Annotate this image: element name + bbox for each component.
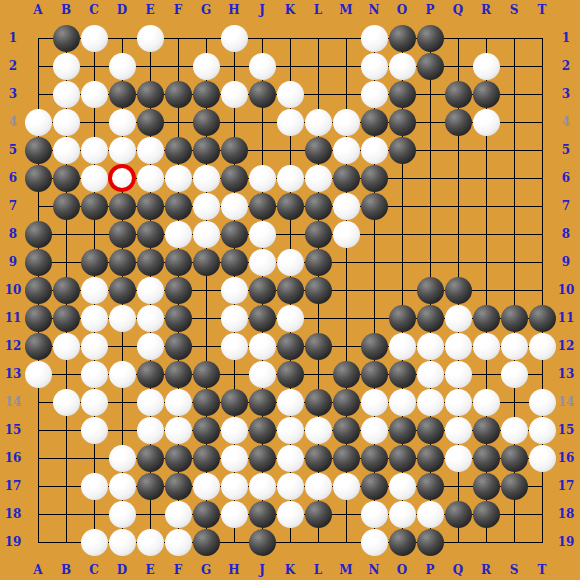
intersection-B2[interactable] bbox=[52, 52, 80, 80]
intersection-J5[interactable] bbox=[248, 136, 276, 164]
intersection-B11[interactable] bbox=[52, 304, 80, 332]
intersection-T3[interactable] bbox=[528, 80, 556, 108]
intersection-S13[interactable] bbox=[500, 360, 528, 388]
intersection-Q12[interactable] bbox=[444, 332, 472, 360]
intersection-L9[interactable] bbox=[304, 248, 332, 276]
intersection-F2[interactable] bbox=[164, 52, 192, 80]
intersection-L15[interactable] bbox=[304, 416, 332, 444]
intersection-T6[interactable] bbox=[528, 164, 556, 192]
intersection-O2[interactable] bbox=[388, 52, 416, 80]
intersection-L2[interactable] bbox=[304, 52, 332, 80]
intersection-S10[interactable] bbox=[500, 276, 528, 304]
intersection-D14[interactable] bbox=[108, 388, 136, 416]
intersection-O13[interactable] bbox=[388, 360, 416, 388]
intersection-O7[interactable] bbox=[388, 192, 416, 220]
intersection-Q1[interactable] bbox=[444, 24, 472, 52]
intersection-J3[interactable] bbox=[248, 80, 276, 108]
intersection-K18[interactable] bbox=[276, 500, 304, 528]
intersection-D15[interactable] bbox=[108, 416, 136, 444]
intersection-C17[interactable] bbox=[80, 472, 108, 500]
intersection-T16[interactable] bbox=[528, 444, 556, 472]
intersection-R17[interactable] bbox=[472, 472, 500, 500]
intersection-D18[interactable] bbox=[108, 500, 136, 528]
intersection-D17[interactable] bbox=[108, 472, 136, 500]
intersection-G17[interactable] bbox=[192, 472, 220, 500]
intersection-T18[interactable] bbox=[528, 500, 556, 528]
intersection-H11[interactable] bbox=[220, 304, 248, 332]
intersection-N15[interactable] bbox=[360, 416, 388, 444]
intersection-K4[interactable] bbox=[276, 108, 304, 136]
intersection-Q5[interactable] bbox=[444, 136, 472, 164]
intersection-N14[interactable] bbox=[360, 388, 388, 416]
intersection-P11[interactable] bbox=[416, 304, 444, 332]
intersection-R19[interactable] bbox=[472, 528, 500, 556]
intersection-C1[interactable] bbox=[80, 24, 108, 52]
intersection-K19[interactable] bbox=[276, 528, 304, 556]
intersection-C6[interactable] bbox=[80, 164, 108, 192]
intersection-Q9[interactable] bbox=[444, 248, 472, 276]
intersection-L6[interactable] bbox=[304, 164, 332, 192]
intersection-H4[interactable] bbox=[220, 108, 248, 136]
intersection-C15[interactable] bbox=[80, 416, 108, 444]
intersection-C2[interactable] bbox=[80, 52, 108, 80]
intersection-P7[interactable] bbox=[416, 192, 444, 220]
intersection-S18[interactable] bbox=[500, 500, 528, 528]
intersection-H12[interactable] bbox=[220, 332, 248, 360]
intersection-L11[interactable] bbox=[304, 304, 332, 332]
intersection-E6[interactable] bbox=[136, 164, 164, 192]
intersection-R4[interactable] bbox=[472, 108, 500, 136]
intersection-O8[interactable] bbox=[388, 220, 416, 248]
intersection-S17[interactable] bbox=[500, 472, 528, 500]
intersection-S2[interactable] bbox=[500, 52, 528, 80]
intersection-J19[interactable] bbox=[248, 528, 276, 556]
intersection-B6[interactable] bbox=[52, 164, 80, 192]
intersection-F10[interactable] bbox=[164, 276, 192, 304]
intersection-K11[interactable] bbox=[276, 304, 304, 332]
intersection-M2[interactable] bbox=[332, 52, 360, 80]
intersection-R10[interactable] bbox=[472, 276, 500, 304]
intersection-N11[interactable] bbox=[360, 304, 388, 332]
intersection-J11[interactable] bbox=[248, 304, 276, 332]
intersection-J17[interactable] bbox=[248, 472, 276, 500]
intersection-N19[interactable] bbox=[360, 528, 388, 556]
intersection-M4[interactable] bbox=[332, 108, 360, 136]
intersection-K5[interactable] bbox=[276, 136, 304, 164]
intersection-K17[interactable] bbox=[276, 472, 304, 500]
intersection-E9[interactable] bbox=[136, 248, 164, 276]
intersection-A18[interactable] bbox=[24, 500, 52, 528]
intersection-L1[interactable] bbox=[304, 24, 332, 52]
intersection-S14[interactable] bbox=[500, 388, 528, 416]
intersection-D5[interactable] bbox=[108, 136, 136, 164]
intersection-R13[interactable] bbox=[472, 360, 500, 388]
intersection-T17[interactable] bbox=[528, 472, 556, 500]
intersection-M6[interactable] bbox=[332, 164, 360, 192]
intersection-M15[interactable] bbox=[332, 416, 360, 444]
intersection-E12[interactable] bbox=[136, 332, 164, 360]
intersection-M10[interactable] bbox=[332, 276, 360, 304]
intersection-Q19[interactable] bbox=[444, 528, 472, 556]
intersection-A16[interactable] bbox=[24, 444, 52, 472]
intersection-M3[interactable] bbox=[332, 80, 360, 108]
intersection-O6[interactable] bbox=[388, 164, 416, 192]
intersection-L17[interactable] bbox=[304, 472, 332, 500]
intersection-C10[interactable] bbox=[80, 276, 108, 304]
intersection-N4[interactable] bbox=[360, 108, 388, 136]
intersection-R16[interactable] bbox=[472, 444, 500, 472]
intersection-P16[interactable] bbox=[416, 444, 444, 472]
intersection-C19[interactable] bbox=[80, 528, 108, 556]
intersection-A6[interactable] bbox=[24, 164, 52, 192]
intersection-E17[interactable] bbox=[136, 472, 164, 500]
intersection-A13[interactable] bbox=[24, 360, 52, 388]
intersection-Q2[interactable] bbox=[444, 52, 472, 80]
intersection-O10[interactable] bbox=[388, 276, 416, 304]
intersection-P10[interactable] bbox=[416, 276, 444, 304]
intersection-L8[interactable] bbox=[304, 220, 332, 248]
intersection-D11[interactable] bbox=[108, 304, 136, 332]
intersection-Q4[interactable] bbox=[444, 108, 472, 136]
intersection-O17[interactable] bbox=[388, 472, 416, 500]
intersection-S11[interactable] bbox=[500, 304, 528, 332]
intersection-P12[interactable] bbox=[416, 332, 444, 360]
intersection-S7[interactable] bbox=[500, 192, 528, 220]
intersection-T11[interactable] bbox=[528, 304, 556, 332]
intersection-T8[interactable] bbox=[528, 220, 556, 248]
intersection-F8[interactable] bbox=[164, 220, 192, 248]
intersection-G7[interactable] bbox=[192, 192, 220, 220]
intersection-A7[interactable] bbox=[24, 192, 52, 220]
intersection-E4[interactable] bbox=[136, 108, 164, 136]
intersection-D6[interactable] bbox=[108, 164, 136, 192]
intersection-T15[interactable] bbox=[528, 416, 556, 444]
intersection-P9[interactable] bbox=[416, 248, 444, 276]
intersection-P2[interactable] bbox=[416, 52, 444, 80]
intersection-E14[interactable] bbox=[136, 388, 164, 416]
intersection-H14[interactable] bbox=[220, 388, 248, 416]
intersection-O19[interactable] bbox=[388, 528, 416, 556]
intersection-H6[interactable] bbox=[220, 164, 248, 192]
intersection-M14[interactable] bbox=[332, 388, 360, 416]
intersection-Q7[interactable] bbox=[444, 192, 472, 220]
intersection-Q6[interactable] bbox=[444, 164, 472, 192]
intersection-F18[interactable] bbox=[164, 500, 192, 528]
intersection-R6[interactable] bbox=[472, 164, 500, 192]
intersection-R8[interactable] bbox=[472, 220, 500, 248]
intersection-O5[interactable] bbox=[388, 136, 416, 164]
intersection-S5[interactable] bbox=[500, 136, 528, 164]
intersection-B15[interactable] bbox=[52, 416, 80, 444]
intersection-P8[interactable] bbox=[416, 220, 444, 248]
intersection-K10[interactable] bbox=[276, 276, 304, 304]
intersection-E2[interactable] bbox=[136, 52, 164, 80]
intersection-T2[interactable] bbox=[528, 52, 556, 80]
intersection-O15[interactable] bbox=[388, 416, 416, 444]
intersection-Q18[interactable] bbox=[444, 500, 472, 528]
intersection-J6[interactable] bbox=[248, 164, 276, 192]
intersection-P15[interactable] bbox=[416, 416, 444, 444]
intersection-P18[interactable] bbox=[416, 500, 444, 528]
intersection-G3[interactable] bbox=[192, 80, 220, 108]
intersection-D19[interactable] bbox=[108, 528, 136, 556]
intersection-D2[interactable] bbox=[108, 52, 136, 80]
intersection-T10[interactable] bbox=[528, 276, 556, 304]
intersection-G10[interactable] bbox=[192, 276, 220, 304]
intersection-B17[interactable] bbox=[52, 472, 80, 500]
intersection-R18[interactable] bbox=[472, 500, 500, 528]
intersection-R15[interactable] bbox=[472, 416, 500, 444]
intersection-L18[interactable] bbox=[304, 500, 332, 528]
intersection-E18[interactable] bbox=[136, 500, 164, 528]
intersection-D12[interactable] bbox=[108, 332, 136, 360]
intersection-J16[interactable] bbox=[248, 444, 276, 472]
intersection-C14[interactable] bbox=[80, 388, 108, 416]
intersection-B18[interactable] bbox=[52, 500, 80, 528]
intersection-T4[interactable] bbox=[528, 108, 556, 136]
intersection-H3[interactable] bbox=[220, 80, 248, 108]
intersection-H19[interactable] bbox=[220, 528, 248, 556]
intersection-K16[interactable] bbox=[276, 444, 304, 472]
intersection-J7[interactable] bbox=[248, 192, 276, 220]
intersection-A2[interactable] bbox=[24, 52, 52, 80]
intersection-F7[interactable] bbox=[164, 192, 192, 220]
intersection-M8[interactable] bbox=[332, 220, 360, 248]
intersection-E5[interactable] bbox=[136, 136, 164, 164]
intersection-N18[interactable] bbox=[360, 500, 388, 528]
intersection-P14[interactable] bbox=[416, 388, 444, 416]
intersection-B12[interactable] bbox=[52, 332, 80, 360]
intersection-C8[interactable] bbox=[80, 220, 108, 248]
intersection-R1[interactable] bbox=[472, 24, 500, 52]
intersection-N1[interactable] bbox=[360, 24, 388, 52]
intersection-H10[interactable] bbox=[220, 276, 248, 304]
intersection-B4[interactable] bbox=[52, 108, 80, 136]
intersection-D3[interactable] bbox=[108, 80, 136, 108]
intersection-S9[interactable] bbox=[500, 248, 528, 276]
intersection-G13[interactable] bbox=[192, 360, 220, 388]
intersection-L13[interactable] bbox=[304, 360, 332, 388]
intersection-L10[interactable] bbox=[304, 276, 332, 304]
intersection-S8[interactable] bbox=[500, 220, 528, 248]
intersection-N8[interactable] bbox=[360, 220, 388, 248]
intersection-G14[interactable] bbox=[192, 388, 220, 416]
intersection-T14[interactable] bbox=[528, 388, 556, 416]
intersection-A8[interactable] bbox=[24, 220, 52, 248]
intersection-C5[interactable] bbox=[80, 136, 108, 164]
intersection-R5[interactable] bbox=[472, 136, 500, 164]
intersection-J1[interactable] bbox=[248, 24, 276, 52]
intersection-B5[interactable] bbox=[52, 136, 80, 164]
intersection-F6[interactable] bbox=[164, 164, 192, 192]
intersection-F13[interactable] bbox=[164, 360, 192, 388]
intersection-P6[interactable] bbox=[416, 164, 444, 192]
intersection-G2[interactable] bbox=[192, 52, 220, 80]
intersection-J14[interactable] bbox=[248, 388, 276, 416]
intersection-Q13[interactable] bbox=[444, 360, 472, 388]
intersection-C3[interactable] bbox=[80, 80, 108, 108]
intersection-F9[interactable] bbox=[164, 248, 192, 276]
intersection-S3[interactable] bbox=[500, 80, 528, 108]
intersection-K8[interactable] bbox=[276, 220, 304, 248]
intersection-B8[interactable] bbox=[52, 220, 80, 248]
intersection-O11[interactable] bbox=[388, 304, 416, 332]
intersection-N17[interactable] bbox=[360, 472, 388, 500]
intersection-A15[interactable] bbox=[24, 416, 52, 444]
intersection-L4[interactable] bbox=[304, 108, 332, 136]
intersection-Q16[interactable] bbox=[444, 444, 472, 472]
intersection-C4[interactable] bbox=[80, 108, 108, 136]
intersection-E15[interactable] bbox=[136, 416, 164, 444]
intersection-B16[interactable] bbox=[52, 444, 80, 472]
intersection-E13[interactable] bbox=[136, 360, 164, 388]
intersection-N10[interactable] bbox=[360, 276, 388, 304]
intersection-E11[interactable] bbox=[136, 304, 164, 332]
intersection-D9[interactable] bbox=[108, 248, 136, 276]
intersection-R14[interactable] bbox=[472, 388, 500, 416]
intersection-M1[interactable] bbox=[332, 24, 360, 52]
intersection-A3[interactable] bbox=[24, 80, 52, 108]
intersection-A17[interactable] bbox=[24, 472, 52, 500]
intersection-F16[interactable] bbox=[164, 444, 192, 472]
intersection-G16[interactable] bbox=[192, 444, 220, 472]
intersection-S15[interactable] bbox=[500, 416, 528, 444]
intersection-K7[interactable] bbox=[276, 192, 304, 220]
intersection-J18[interactable] bbox=[248, 500, 276, 528]
intersection-L7[interactable] bbox=[304, 192, 332, 220]
intersection-M12[interactable] bbox=[332, 332, 360, 360]
intersection-N2[interactable] bbox=[360, 52, 388, 80]
intersection-G12[interactable] bbox=[192, 332, 220, 360]
intersection-T13[interactable] bbox=[528, 360, 556, 388]
intersection-F3[interactable] bbox=[164, 80, 192, 108]
intersection-G4[interactable] bbox=[192, 108, 220, 136]
intersection-H16[interactable] bbox=[220, 444, 248, 472]
intersection-F17[interactable] bbox=[164, 472, 192, 500]
intersection-N6[interactable] bbox=[360, 164, 388, 192]
intersection-H2[interactable] bbox=[220, 52, 248, 80]
intersection-A14[interactable] bbox=[24, 388, 52, 416]
intersection-D10[interactable] bbox=[108, 276, 136, 304]
intersection-B10[interactable] bbox=[52, 276, 80, 304]
intersection-D7[interactable] bbox=[108, 192, 136, 220]
intersection-M13[interactable] bbox=[332, 360, 360, 388]
intersection-M5[interactable] bbox=[332, 136, 360, 164]
intersection-Q3[interactable] bbox=[444, 80, 472, 108]
intersection-B9[interactable] bbox=[52, 248, 80, 276]
intersection-L19[interactable] bbox=[304, 528, 332, 556]
intersection-B13[interactable] bbox=[52, 360, 80, 388]
intersection-B1[interactable] bbox=[52, 24, 80, 52]
intersection-M7[interactable] bbox=[332, 192, 360, 220]
intersection-A5[interactable] bbox=[24, 136, 52, 164]
intersection-L16[interactable] bbox=[304, 444, 332, 472]
intersection-F1[interactable] bbox=[164, 24, 192, 52]
intersection-R7[interactable] bbox=[472, 192, 500, 220]
intersection-F14[interactable] bbox=[164, 388, 192, 416]
intersection-C13[interactable] bbox=[80, 360, 108, 388]
intersection-E3[interactable] bbox=[136, 80, 164, 108]
intersection-F4[interactable] bbox=[164, 108, 192, 136]
intersection-C7[interactable] bbox=[80, 192, 108, 220]
intersection-T1[interactable] bbox=[528, 24, 556, 52]
intersection-G18[interactable] bbox=[192, 500, 220, 528]
intersection-H1[interactable] bbox=[220, 24, 248, 52]
intersection-A1[interactable] bbox=[24, 24, 52, 52]
intersection-E7[interactable] bbox=[136, 192, 164, 220]
intersection-F19[interactable] bbox=[164, 528, 192, 556]
intersection-B7[interactable] bbox=[52, 192, 80, 220]
intersection-Q17[interactable] bbox=[444, 472, 472, 500]
intersection-O16[interactable] bbox=[388, 444, 416, 472]
intersection-G5[interactable] bbox=[192, 136, 220, 164]
intersection-B14[interactable] bbox=[52, 388, 80, 416]
intersection-L12[interactable] bbox=[304, 332, 332, 360]
intersection-R2[interactable] bbox=[472, 52, 500, 80]
intersection-N13[interactable] bbox=[360, 360, 388, 388]
intersection-P1[interactable] bbox=[416, 24, 444, 52]
intersection-K14[interactable] bbox=[276, 388, 304, 416]
intersection-M19[interactable] bbox=[332, 528, 360, 556]
intersection-J9[interactable] bbox=[248, 248, 276, 276]
intersection-G19[interactable] bbox=[192, 528, 220, 556]
intersection-F5[interactable] bbox=[164, 136, 192, 164]
intersection-D1[interactable] bbox=[108, 24, 136, 52]
intersection-P17[interactable] bbox=[416, 472, 444, 500]
intersection-J2[interactable] bbox=[248, 52, 276, 80]
intersection-N5[interactable] bbox=[360, 136, 388, 164]
intersection-P19[interactable] bbox=[416, 528, 444, 556]
intersection-R12[interactable] bbox=[472, 332, 500, 360]
intersection-N7[interactable] bbox=[360, 192, 388, 220]
intersection-A9[interactable] bbox=[24, 248, 52, 276]
intersection-T12[interactable] bbox=[528, 332, 556, 360]
intersection-O14[interactable] bbox=[388, 388, 416, 416]
intersection-C9[interactable] bbox=[80, 248, 108, 276]
intersection-J8[interactable] bbox=[248, 220, 276, 248]
intersection-D13[interactable] bbox=[108, 360, 136, 388]
intersection-C16[interactable] bbox=[80, 444, 108, 472]
intersection-A12[interactable] bbox=[24, 332, 52, 360]
intersection-P3[interactable] bbox=[416, 80, 444, 108]
intersection-O9[interactable] bbox=[388, 248, 416, 276]
intersection-M18[interactable] bbox=[332, 500, 360, 528]
intersection-T9[interactable] bbox=[528, 248, 556, 276]
intersection-K12[interactable] bbox=[276, 332, 304, 360]
intersection-J12[interactable] bbox=[248, 332, 276, 360]
intersection-H15[interactable] bbox=[220, 416, 248, 444]
intersection-T5[interactable] bbox=[528, 136, 556, 164]
intersection-Q10[interactable] bbox=[444, 276, 472, 304]
intersection-K1[interactable] bbox=[276, 24, 304, 52]
intersection-A11[interactable] bbox=[24, 304, 52, 332]
intersection-J13[interactable] bbox=[248, 360, 276, 388]
intersection-M9[interactable] bbox=[332, 248, 360, 276]
intersection-S12[interactable] bbox=[500, 332, 528, 360]
intersection-N16[interactable] bbox=[360, 444, 388, 472]
intersection-D4[interactable] bbox=[108, 108, 136, 136]
intersection-B3[interactable] bbox=[52, 80, 80, 108]
intersection-M17[interactable] bbox=[332, 472, 360, 500]
intersection-E8[interactable] bbox=[136, 220, 164, 248]
intersection-E16[interactable] bbox=[136, 444, 164, 472]
intersection-P4[interactable] bbox=[416, 108, 444, 136]
intersection-F12[interactable] bbox=[164, 332, 192, 360]
intersection-D16[interactable] bbox=[108, 444, 136, 472]
intersection-F11[interactable] bbox=[164, 304, 192, 332]
intersection-E1[interactable] bbox=[136, 24, 164, 52]
intersection-O1[interactable] bbox=[388, 24, 416, 52]
